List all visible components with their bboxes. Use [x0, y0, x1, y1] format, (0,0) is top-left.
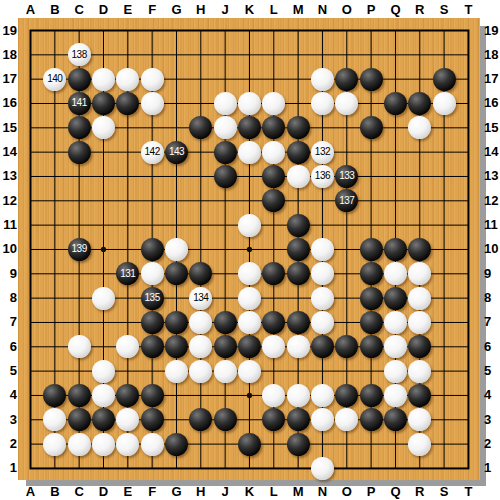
- stone-G5-white: [165, 360, 188, 383]
- stone-C15-black: [68, 116, 91, 139]
- coord-label-right-6: 6: [484, 339, 500, 354]
- move-number-138: 138: [72, 50, 87, 60]
- coord-label-bottom-C: C: [69, 484, 89, 499]
- coord-label-bottom-H: H: [191, 484, 211, 499]
- coord-label-top-P: P: [361, 2, 381, 17]
- coord-label-right-18: 18: [484, 47, 500, 62]
- coord-label-right-3: 3: [484, 412, 500, 427]
- stone-F8-black: 135: [141, 287, 164, 310]
- stone-M11-black: [287, 214, 310, 237]
- stone-Q10-black: [384, 238, 407, 261]
- coord-label-bottom-Q: Q: [385, 484, 405, 499]
- stone-E2-white: [116, 433, 139, 456]
- stone-S16-white: [433, 92, 456, 115]
- stone-K8-white: [238, 287, 261, 310]
- coord-label-bottom-R: R: [410, 484, 430, 499]
- coord-label-top-C: C: [69, 2, 89, 17]
- coord-label-top-M: M: [288, 2, 308, 17]
- stone-C17-black: [68, 68, 91, 91]
- stone-E17-white: [116, 68, 139, 91]
- stone-G2-black: [165, 433, 188, 456]
- stone-G14-black: 143: [165, 141, 188, 164]
- go-board-diagram: 138140141142143132136133137139131135134 …: [0, 0, 500, 500]
- stone-F3-black: [141, 408, 164, 431]
- stone-K2-black: [238, 433, 261, 456]
- stone-J5-white: [214, 360, 237, 383]
- stone-N16-white: [311, 92, 334, 115]
- coord-label-right-17: 17: [484, 71, 500, 86]
- coord-label-top-Q: Q: [385, 2, 405, 17]
- stone-G7-black: [165, 311, 188, 334]
- stone-N1-white: [311, 457, 334, 480]
- coord-label-right-1: 1: [484, 460, 500, 475]
- coord-label-left-9: 9: [0, 266, 17, 281]
- coord-label-right-14: 14: [484, 144, 500, 159]
- stone-C10-black: 139: [68, 238, 91, 261]
- move-number-139: 139: [72, 244, 87, 254]
- stone-C6-white: [68, 335, 91, 358]
- stone-F14-white: 142: [141, 141, 164, 164]
- coord-label-left-8: 8: [0, 290, 17, 305]
- stone-N4-white: [311, 384, 334, 407]
- move-number-136: 136: [315, 171, 330, 181]
- coord-label-bottom-A: A: [21, 484, 41, 499]
- stone-N8-white: [311, 287, 334, 310]
- coord-label-right-5: 5: [484, 363, 500, 378]
- stone-K11-white: [238, 214, 261, 237]
- coord-label-top-K: K: [239, 2, 259, 17]
- coord-label-right-2: 2: [484, 436, 500, 451]
- stone-B2-white: [43, 433, 66, 456]
- coord-label-left-19: 19: [0, 23, 17, 38]
- stone-M7-black: [287, 311, 310, 334]
- coord-label-bottom-T: T: [458, 484, 478, 499]
- stone-P6-black: [360, 335, 383, 358]
- coord-label-top-E: E: [118, 2, 138, 17]
- stone-F6-black: [141, 335, 164, 358]
- coord-label-left-1: 1: [0, 460, 17, 475]
- stone-N7-white: [311, 311, 334, 334]
- coord-label-top-T: T: [458, 2, 478, 17]
- stone-H8-white: 134: [189, 287, 212, 310]
- stone-J15-white: [214, 116, 237, 139]
- coord-label-top-A: A: [21, 2, 41, 17]
- coord-label-right-9: 9: [484, 266, 500, 281]
- stone-S17-black: [433, 68, 456, 91]
- star-point-K4: [247, 393, 252, 398]
- coord-label-left-13: 13: [0, 168, 17, 183]
- coord-label-right-8: 8: [484, 290, 500, 305]
- coord-label-bottom-L: L: [264, 484, 284, 499]
- stone-K14-white: [238, 141, 261, 164]
- coord-label-bottom-K: K: [239, 484, 259, 499]
- stone-C14-black: [68, 141, 91, 164]
- coord-label-left-18: 18: [0, 47, 17, 62]
- stone-K5-white: [238, 360, 261, 383]
- stone-M10-black: [287, 238, 310, 261]
- stone-Q7-white: [384, 311, 407, 334]
- coord-label-left-10: 10: [0, 241, 17, 256]
- move-number-131: 131: [120, 269, 135, 279]
- stone-F4-black: [141, 384, 164, 407]
- stone-D17-white: [92, 68, 115, 91]
- coord-label-bottom-B: B: [45, 484, 65, 499]
- coord-label-right-15: 15: [484, 120, 500, 135]
- stone-F10-black: [141, 238, 164, 261]
- stone-N13-white: 136: [311, 165, 334, 188]
- stone-D8-white: [92, 287, 115, 310]
- coord-label-bottom-N: N: [312, 484, 332, 499]
- move-number-142: 142: [145, 147, 160, 157]
- coord-label-top-D: D: [93, 2, 113, 17]
- stone-J3-black: [214, 408, 237, 431]
- stone-M15-black: [287, 116, 310, 139]
- coord-label-top-J: J: [215, 2, 235, 17]
- stone-M4-white: [287, 384, 310, 407]
- stone-J7-black: [214, 311, 237, 334]
- stone-C16-black: 141: [68, 92, 91, 115]
- coord-label-bottom-O: O: [337, 484, 357, 499]
- stone-R2-white: [408, 433, 431, 456]
- coord-label-top-R: R: [410, 2, 430, 17]
- stone-G10-white: [165, 238, 188, 261]
- coord-label-bottom-D: D: [93, 484, 113, 499]
- stone-L14-white: [262, 141, 285, 164]
- stone-H5-white: [189, 360, 212, 383]
- stone-M9-black: [287, 262, 310, 285]
- stone-Q8-black: [384, 287, 407, 310]
- stone-P17-black: [360, 68, 383, 91]
- coord-label-right-16: 16: [484, 95, 500, 110]
- coord-label-top-S: S: [434, 2, 454, 17]
- stone-F17-white: [141, 68, 164, 91]
- coord-label-left-11: 11: [0, 217, 17, 232]
- stone-P8-black: [360, 287, 383, 310]
- stone-M3-black: [287, 408, 310, 431]
- stone-C3-black: [68, 408, 91, 431]
- stone-P3-black: [360, 408, 383, 431]
- move-number-137: 137: [339, 196, 354, 206]
- stone-D4-white: [92, 384, 115, 407]
- stone-F2-white: [141, 433, 164, 456]
- stone-P7-black: [360, 311, 383, 334]
- coord-label-top-B: B: [45, 2, 65, 17]
- stone-O17-black: [335, 68, 358, 91]
- coord-label-top-H: H: [191, 2, 211, 17]
- stone-M2-black: [287, 433, 310, 456]
- coord-label-left-17: 17: [0, 71, 17, 86]
- coord-label-top-O: O: [337, 2, 357, 17]
- stone-J14-black: [214, 141, 237, 164]
- coord-label-right-12: 12: [484, 193, 500, 208]
- coord-label-left-12: 12: [0, 193, 17, 208]
- coord-label-bottom-G: G: [166, 484, 186, 499]
- stone-P15-black: [360, 116, 383, 139]
- stone-F16-white: [141, 92, 164, 115]
- stone-N17-white: [311, 68, 334, 91]
- coord-label-right-7: 7: [484, 314, 500, 329]
- stone-M13-white: [287, 165, 310, 188]
- move-number-140: 140: [47, 74, 62, 84]
- stone-K7-white: [238, 311, 261, 334]
- stone-J6-black: [214, 335, 237, 358]
- coord-label-bottom-M: M: [288, 484, 308, 499]
- stone-M14-black: [287, 141, 310, 164]
- coord-label-top-L: L: [264, 2, 284, 17]
- coord-label-left-6: 6: [0, 339, 17, 354]
- stone-N10-white: [311, 238, 334, 261]
- coord-label-left-14: 14: [0, 144, 17, 159]
- stone-F9-white: [141, 262, 164, 285]
- move-number-133: 133: [339, 171, 354, 181]
- coord-label-top-N: N: [312, 2, 332, 17]
- stone-M6-white: [287, 335, 310, 358]
- stone-R8-white: [408, 287, 431, 310]
- stone-P4-black: [360, 384, 383, 407]
- coord-label-right-11: 11: [484, 217, 500, 232]
- coord-label-left-16: 16: [0, 95, 17, 110]
- coord-label-right-13: 13: [484, 168, 500, 183]
- stone-J13-black: [214, 165, 237, 188]
- stone-N14-white: 132: [311, 141, 334, 164]
- stone-C18-white: 138: [68, 43, 91, 66]
- coord-label-left-2: 2: [0, 436, 17, 451]
- go-board[interactable]: 138140141142143132136133137139131135134: [18, 18, 480, 480]
- coord-label-right-19: 19: [484, 23, 500, 38]
- coord-label-bottom-E: E: [118, 484, 138, 499]
- stone-C4-black: [68, 384, 91, 407]
- coord-label-right-4: 4: [484, 387, 500, 402]
- coord-label-bottom-F: F: [142, 484, 162, 499]
- move-number-143: 143: [169, 147, 184, 157]
- stone-D2-white: [92, 433, 115, 456]
- coord-label-left-4: 4: [0, 387, 17, 402]
- coord-label-right-10: 10: [484, 241, 500, 256]
- coord-label-bottom-S: S: [434, 484, 454, 499]
- stone-Q5-white: [384, 360, 407, 383]
- stone-C2-white: [68, 433, 91, 456]
- stone-P10-black: [360, 238, 383, 261]
- star-point-D10: [101, 247, 106, 252]
- stone-R5-white: [408, 360, 431, 383]
- star-point-K10: [247, 247, 252, 252]
- stone-J16-white: [214, 92, 237, 115]
- coord-label-top-G: G: [166, 2, 186, 17]
- stone-F7-black: [141, 311, 164, 334]
- stone-B17-white: 140: [43, 68, 66, 91]
- stone-Q4-white: [384, 384, 407, 407]
- stone-P9-black: [360, 262, 383, 285]
- coord-label-top-F: F: [142, 2, 162, 17]
- coord-label-left-3: 3: [0, 412, 17, 427]
- stone-D5-white: [92, 360, 115, 383]
- stone-Q16-black: [384, 92, 407, 115]
- stone-D16-black: [92, 92, 115, 115]
- coord-label-left-7: 7: [0, 314, 17, 329]
- move-number-141: 141: [72, 98, 87, 108]
- move-number-132: 132: [315, 147, 330, 157]
- coord-label-bottom-P: P: [361, 484, 381, 499]
- coord-label-bottom-J: J: [215, 484, 235, 499]
- coord-label-left-5: 5: [0, 363, 17, 378]
- move-number-135: 135: [145, 293, 160, 303]
- coord-label-left-15: 15: [0, 120, 17, 135]
- stone-K16-white: [238, 92, 261, 115]
- move-number-134: 134: [193, 293, 208, 303]
